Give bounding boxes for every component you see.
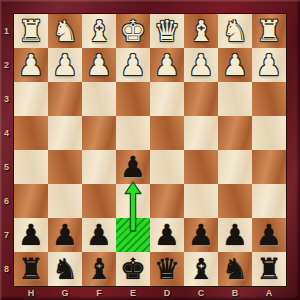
piece-black-pawn-g7[interactable]: ♟	[52, 218, 78, 252]
square-d1[interactable]: ♛	[150, 14, 184, 48]
square-b7[interactable]: ♟	[218, 218, 252, 252]
square-c8[interactable]: ♝	[184, 252, 218, 286]
square-g5[interactable]	[48, 150, 82, 184]
square-h5[interactable]	[14, 150, 48, 184]
square-b2[interactable]: ♟	[218, 48, 252, 82]
square-b8[interactable]: ♞	[218, 252, 252, 286]
square-e5[interactable]: ♟	[116, 150, 150, 184]
square-h8[interactable]: ♜	[14, 252, 48, 286]
square-e2[interactable]: ♟	[116, 48, 150, 82]
square-b1[interactable]: ♞	[218, 14, 252, 48]
piece-black-pawn-b7[interactable]: ♟	[222, 218, 248, 252]
square-d2[interactable]: ♟	[150, 48, 184, 82]
piece-black-pawn-e5[interactable]: ♟	[120, 150, 146, 184]
square-b3[interactable]	[218, 82, 252, 116]
file-label-d: D	[150, 286, 184, 300]
square-e7[interactable]	[116, 218, 150, 252]
piece-black-rook-h8[interactable]: ♜	[18, 252, 44, 286]
square-f4[interactable]	[82, 116, 116, 150]
file-label-b: B	[218, 286, 252, 300]
rank-label-8: 8	[0, 252, 13, 286]
piece-white-bishop-c1[interactable]: ♝	[188, 14, 214, 48]
square-c7[interactable]: ♟	[184, 218, 218, 252]
square-h3[interactable]	[14, 82, 48, 116]
square-g6[interactable]	[48, 184, 82, 218]
piece-black-pawn-a7[interactable]: ♟	[256, 218, 282, 252]
square-g1[interactable]: ♞	[48, 14, 82, 48]
piece-white-king-e1[interactable]: ♚	[120, 14, 146, 48]
square-h7[interactable]: ♟	[14, 218, 48, 252]
square-e3[interactable]	[116, 82, 150, 116]
file-label-e: E	[116, 286, 150, 300]
square-g4[interactable]	[48, 116, 82, 150]
square-a4[interactable]	[252, 116, 286, 150]
square-c5[interactable]	[184, 150, 218, 184]
square-a3[interactable]	[252, 82, 286, 116]
piece-white-pawn-f2[interactable]: ♟	[86, 48, 112, 82]
piece-black-bishop-f8[interactable]: ♝	[86, 252, 112, 286]
piece-white-pawn-h2[interactable]: ♟	[18, 48, 44, 82]
rank-label-4: 4	[0, 116, 13, 150]
piece-white-rook-h1[interactable]: ♜	[18, 14, 44, 48]
piece-white-queen-d1[interactable]: ♛	[154, 14, 180, 48]
square-e4[interactable]	[116, 116, 150, 150]
square-h6[interactable]	[14, 184, 48, 218]
rank-label-3: 3	[0, 82, 13, 116]
piece-white-pawn-e2[interactable]: ♟	[120, 48, 146, 82]
piece-black-king-e8[interactable]: ♚	[120, 252, 146, 286]
piece-white-pawn-d2[interactable]: ♟	[154, 48, 180, 82]
rank-label-2: 2	[0, 48, 13, 82]
rank-labels: 12345678	[0, 14, 13, 286]
piece-black-pawn-c7[interactable]: ♟	[188, 218, 214, 252]
square-a1[interactable]: ♜	[252, 14, 286, 48]
square-a8[interactable]: ♜	[252, 252, 286, 286]
piece-black-knight-g8[interactable]: ♞	[52, 252, 78, 286]
square-f5[interactable]	[82, 150, 116, 184]
piece-white-knight-b1[interactable]: ♞	[222, 14, 248, 48]
square-a6[interactable]	[252, 184, 286, 218]
square-c3[interactable]	[184, 82, 218, 116]
square-h2[interactable]: ♟	[14, 48, 48, 82]
square-b6[interactable]	[218, 184, 252, 218]
piece-black-queen-d8[interactable]: ♛	[154, 252, 180, 286]
square-f7[interactable]: ♟	[82, 218, 116, 252]
square-g8[interactable]: ♞	[48, 252, 82, 286]
square-f1[interactable]: ♝	[82, 14, 116, 48]
rank-label-6: 6	[0, 184, 13, 218]
chess-board: ♜♞♝♚♛♝♞♜♟♟♟♟♟♟♟♟♟♟♟♟♟♟♟♟♜♞♝♚♛♝♞♜	[13, 13, 287, 287]
file-label-c: C	[184, 286, 218, 300]
piece-black-pawn-h7[interactable]: ♟	[18, 218, 44, 252]
piece-white-rook-a1[interactable]: ♜	[256, 14, 282, 48]
file-label-g: G	[48, 286, 82, 300]
square-f3[interactable]	[82, 82, 116, 116]
piece-white-pawn-g2[interactable]: ♟	[52, 48, 78, 82]
square-c1[interactable]: ♝	[184, 14, 218, 48]
square-b5[interactable]	[218, 150, 252, 184]
file-label-h: H	[14, 286, 48, 300]
piece-white-pawn-c2[interactable]: ♟	[188, 48, 214, 82]
square-g3[interactable]	[48, 82, 82, 116]
piece-white-bishop-f1[interactable]: ♝	[86, 14, 112, 48]
square-h4[interactable]	[14, 116, 48, 150]
file-label-f: F	[82, 286, 116, 300]
square-e8[interactable]: ♚	[116, 252, 150, 286]
square-g7[interactable]: ♟	[48, 218, 82, 252]
square-d3[interactable]	[150, 82, 184, 116]
chess-app-window: ♜♞♝♚♛♝♞♜♟♟♟♟♟♟♟♟♟♟♟♟♟♟♟♟♜♞♝♚♛♝♞♜ 1234567…	[0, 0, 300, 300]
square-d6[interactable]	[150, 184, 184, 218]
rank-label-1: 1	[0, 14, 13, 48]
square-d7[interactable]: ♟	[150, 218, 184, 252]
square-d8[interactable]: ♛	[150, 252, 184, 286]
file-labels: HGFEDCBA	[14, 286, 286, 300]
square-a5[interactable]	[252, 150, 286, 184]
square-f2[interactable]: ♟	[82, 48, 116, 82]
square-g2[interactable]: ♟	[48, 48, 82, 82]
piece-black-bishop-c8[interactable]: ♝	[188, 252, 214, 286]
rank-label-5: 5	[0, 150, 13, 184]
square-d5[interactable]	[150, 150, 184, 184]
square-h1[interactable]: ♜	[14, 14, 48, 48]
rank-label-7: 7	[0, 218, 13, 252]
square-e6[interactable]	[116, 184, 150, 218]
piece-black-pawn-d7[interactable]: ♟	[154, 218, 180, 252]
square-c4[interactable]	[184, 116, 218, 150]
square-a7[interactable]: ♟	[252, 218, 286, 252]
square-e1[interactable]: ♚	[116, 14, 150, 48]
piece-black-rook-a8[interactable]: ♜	[256, 252, 282, 286]
square-c2[interactable]: ♟	[184, 48, 218, 82]
piece-white-pawn-b2[interactable]: ♟	[222, 48, 248, 82]
piece-black-pawn-f7[interactable]: ♟	[86, 218, 112, 252]
square-b4[interactable]	[218, 116, 252, 150]
square-f8[interactable]: ♝	[82, 252, 116, 286]
piece-black-knight-b8[interactable]: ♞	[222, 252, 248, 286]
piece-white-knight-g1[interactable]: ♞	[52, 14, 78, 48]
square-a2[interactable]: ♟	[252, 48, 286, 82]
square-f6[interactable]	[82, 184, 116, 218]
piece-white-pawn-a2[interactable]: ♟	[256, 48, 282, 82]
square-d4[interactable]	[150, 116, 184, 150]
square-c6[interactable]	[184, 184, 218, 218]
file-label-a: A	[252, 286, 286, 300]
